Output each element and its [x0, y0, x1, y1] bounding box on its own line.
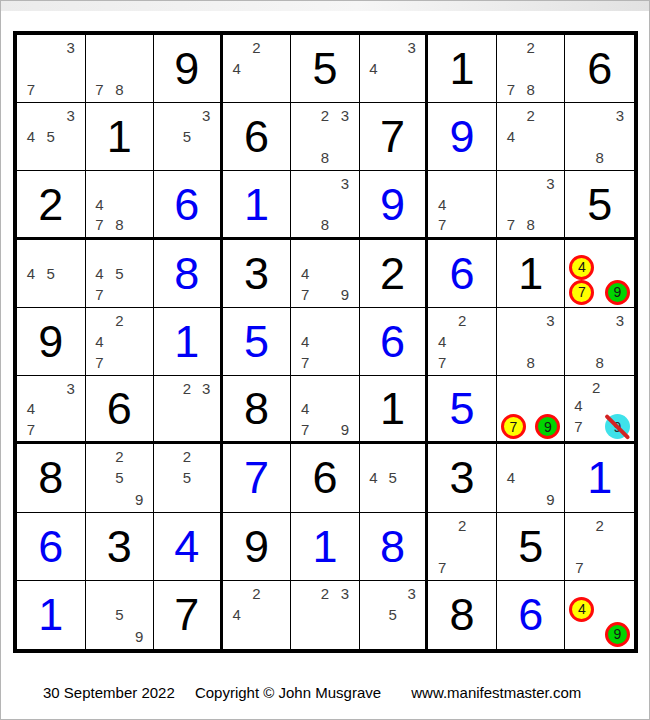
footer-copyright: Copyright © John Musgrave: [195, 684, 381, 701]
candidate-4: 4: [227, 58, 247, 79]
candidate-4: 4: [432, 331, 452, 352]
highlight-yellow-candidate-7: 7: [569, 280, 594, 305]
pencil-marks: 27: [565, 513, 634, 580]
candidate-2: 2: [452, 515, 472, 536]
pencil-marks: 2479: [565, 376, 634, 441]
pencil-marks: 38: [565, 103, 634, 170]
solved-digit: 9: [360, 171, 426, 236]
pencil-marks: 34: [360, 35, 426, 102]
highlight-green-candidate-9: 9: [535, 414, 560, 439]
cell-r3c5[interactable]: 38: [291, 171, 360, 239]
cell-r6c6[interactable]: 1: [360, 376, 429, 444]
candidate-3: 3: [61, 37, 81, 58]
given-digit: 8: [428, 581, 496, 649]
candidate-4: 4: [227, 604, 247, 625]
cell-r4c7[interactable]: 6: [428, 240, 497, 308]
given-digit: 9: [154, 35, 220, 102]
cell-r3c7[interactable]: 47: [428, 171, 497, 239]
candidate-2: 2: [452, 310, 472, 331]
cell-r2c8[interactable]: 24: [497, 103, 566, 171]
solved-digit: 6: [428, 240, 496, 307]
pencil-marks: 247: [428, 308, 496, 375]
cell-r9c3[interactable]: 7: [154, 581, 223, 649]
candidate-7: 7: [21, 79, 41, 100]
solved-digit: 1: [565, 444, 634, 511]
cell-r4c2[interactable]: 457: [86, 240, 155, 308]
candidate-4: 4: [432, 194, 452, 214]
candidate-3: 3: [402, 583, 421, 604]
given-digit: 7: [360, 103, 426, 170]
cell-r3c3[interactable]: 6: [154, 171, 223, 239]
candidate-9: 9: [335, 284, 355, 305]
cell-r9c5[interactable]: 23: [291, 581, 360, 649]
candidate-4: 4: [501, 467, 521, 488]
candidate-4: 4: [295, 263, 315, 284]
candidate-4: 4: [501, 126, 521, 147]
candidate-5: 5: [383, 604, 402, 625]
pencil-marks: 457: [86, 240, 154, 307]
given-digit: 6: [223, 103, 291, 170]
cell-r8c3[interactable]: 4: [154, 513, 223, 581]
candidate-9: 9: [129, 488, 149, 509]
candidate-5: 5: [177, 126, 196, 147]
cell-r5c5[interactable]: 47: [291, 308, 360, 376]
pencil-marks: 247: [86, 308, 154, 375]
cell-r9c2[interactable]: 59: [86, 581, 155, 649]
pencil-marks: 259: [86, 444, 154, 511]
candidate-9: 9: [129, 626, 149, 647]
candidate-5: 5: [109, 467, 129, 488]
solved-digit: 9: [428, 103, 496, 170]
pencil-marks: 35: [154, 103, 220, 170]
pencil-marks: 49: [497, 444, 565, 511]
candidate-4: 4: [21, 263, 41, 284]
cell-r7c3[interactable]: 25: [154, 444, 223, 512]
pencil-marks: 27: [428, 513, 496, 580]
cell-r7c9[interactable]: 1: [565, 444, 634, 512]
pencil-marks: 38: [497, 308, 565, 375]
cell-r1c7[interactable]: 1: [428, 35, 497, 103]
cell-r4c3[interactable]: 8: [154, 240, 223, 308]
cell-r1c5[interactable]: 5: [291, 35, 360, 103]
candidate-4: 4: [295, 331, 315, 352]
cell-r7c7[interactable]: 3: [428, 444, 497, 512]
cell-r5c6[interactable]: 6: [360, 308, 429, 376]
given-digit: 3: [86, 513, 154, 580]
footer-website[interactable]: www.manifestmaster.com: [411, 684, 581, 701]
candidate-3: 3: [196, 378, 215, 398]
candidate-2: 2: [177, 378, 196, 398]
cell-r9c9[interactable]: 49: [565, 581, 634, 649]
candidate-4: 4: [90, 331, 110, 352]
candidate-8: 8: [590, 147, 610, 168]
solved-digit: 8: [154, 240, 220, 307]
cell-r8c9[interactable]: 27: [565, 513, 634, 581]
candidate-8: 8: [315, 147, 335, 168]
given-digit: 6: [291, 444, 359, 511]
solved-digit: 6: [360, 308, 426, 375]
candidate-5: 5: [109, 604, 129, 625]
candidate-4: 4: [569, 396, 587, 414]
candidate-2: 2: [521, 105, 541, 126]
candidate-2: 2: [521, 37, 541, 58]
pencil-marks: 24: [223, 581, 291, 649]
cell-r3c9[interactable]: 5: [565, 171, 634, 239]
cell-r7c4[interactable]: 7: [223, 444, 292, 512]
cell-r8c2[interactable]: 3: [86, 513, 155, 581]
cell-r1c3[interactable]: 9: [154, 35, 223, 103]
cell-r8c5[interactable]: 1: [291, 513, 360, 581]
pencil-marks: 47: [428, 171, 496, 236]
candidate-3: 3: [610, 310, 630, 331]
cell-r4c4[interactable]: 3: [223, 240, 292, 308]
candidate-5: 5: [109, 263, 129, 284]
candidate-4: 4: [21, 126, 41, 147]
candidate-2: 2: [587, 378, 605, 396]
given-digit: 2: [360, 240, 426, 307]
cell-r9c1[interactable]: 1: [17, 581, 86, 649]
cell-r6c9[interactable]: 2479: [565, 376, 634, 444]
given-digit: 6: [86, 376, 154, 441]
candidate-3: 3: [541, 173, 561, 193]
cell-r2c2[interactable]: 1: [86, 103, 155, 171]
candidate-7: 7: [90, 284, 110, 305]
cell-r2c7[interactable]: 9: [428, 103, 497, 171]
highlight-yellow-candidate-7: 7: [501, 414, 526, 439]
pencil-marks: 23: [154, 376, 220, 441]
candidate-7: 7: [432, 352, 452, 373]
pencil-marks: 47: [291, 308, 359, 375]
cell-r3c6[interactable]: 9: [360, 171, 429, 239]
candidate-8: 8: [590, 352, 610, 373]
candidate-7: 7: [21, 419, 41, 439]
cell-r7c2[interactable]: 259: [86, 444, 155, 512]
candidate-7: 7: [295, 352, 315, 373]
cell-r7c8[interactable]: 49: [497, 444, 566, 512]
solved-digit: 5: [223, 308, 291, 375]
candidate-3: 3: [335, 583, 355, 604]
cell-r8c8[interactable]: 5: [497, 513, 566, 581]
footer: 30 September 2022 Copyright © John Musgr…: [43, 684, 581, 701]
candidate-8: 8: [521, 352, 541, 373]
cell-r1c1[interactable]: 37: [17, 35, 86, 103]
candidate-2: 2: [315, 583, 335, 604]
given-digit: 7: [154, 581, 220, 649]
cell-r4c5[interactable]: 479: [291, 240, 360, 308]
given-digit: 1: [497, 240, 565, 307]
candidate-3: 3: [402, 37, 421, 58]
cell-r9c4[interactable]: 24: [223, 581, 292, 649]
candidate-2: 2: [109, 310, 129, 331]
candidate-3: 3: [61, 105, 81, 126]
sudoku-page: 3778924534127863451356238792438247861389…: [0, 0, 650, 720]
cell-r5c8[interactable]: 38: [497, 308, 566, 376]
cell-r6c8[interactable]: 79: [497, 376, 566, 444]
pencil-marks: 24: [223, 35, 291, 102]
cell-r4c8[interactable]: 1: [497, 240, 566, 308]
solved-digit: 1: [17, 581, 85, 649]
candidate-2: 2: [247, 37, 267, 58]
cell-r3c1[interactable]: 2: [17, 171, 86, 239]
solved-digit: 8: [360, 513, 426, 580]
candidate-7: 7: [501, 79, 521, 100]
solved-digit: 5: [428, 376, 496, 441]
cell-r6c5[interactable]: 479: [291, 376, 360, 444]
pencil-marks: 79: [497, 376, 565, 441]
candidate-3: 3: [541, 310, 561, 331]
pencil-marks: 45: [17, 240, 85, 307]
cell-r8c1[interactable]: 6: [17, 513, 86, 581]
given-digit: 8: [223, 376, 291, 441]
cell-r5c9[interactable]: 38: [565, 308, 634, 376]
candidate-7: 7: [569, 414, 587, 439]
cell-r2c1[interactable]: 345: [17, 103, 86, 171]
cell-r2c3[interactable]: 35: [154, 103, 223, 171]
given-digit: 1: [360, 376, 426, 441]
solved-digit: 6: [154, 171, 220, 236]
candidate-7: 7: [90, 214, 110, 234]
cell-r5c4[interactable]: 5: [223, 308, 292, 376]
cell-r8c7[interactable]: 27: [428, 513, 497, 581]
cell-r5c3[interactable]: 1: [154, 308, 223, 376]
candidate-4: 4: [21, 399, 41, 419]
highlight-yellow-candidate-4: 4: [569, 597, 594, 622]
candidate-8: 8: [315, 214, 335, 234]
pencil-marks: 24: [497, 103, 565, 170]
cell-r4c1[interactable]: 45: [17, 240, 86, 308]
solved-digit: 7: [223, 444, 291, 511]
highlight-green-candidate-9: 9: [605, 280, 630, 305]
candidate-7: 7: [295, 419, 315, 439]
given-digit: 5: [497, 513, 565, 580]
solved-digit: 1: [223, 171, 291, 236]
cell-r5c2[interactable]: 247: [86, 308, 155, 376]
cell-r7c1[interactable]: 8: [17, 444, 86, 512]
candidate-3: 3: [61, 378, 81, 398]
cell-r6c2[interactable]: 6: [86, 376, 155, 444]
pencil-marks: 479: [291, 240, 359, 307]
pencil-marks: 478: [86, 171, 154, 236]
cell-r2c6[interactable]: 7: [360, 103, 429, 171]
candidate-8: 8: [109, 214, 129, 234]
cell-r1c6[interactable]: 34: [360, 35, 429, 103]
candidate-7: 7: [432, 557, 452, 578]
candidate-9: 9: [335, 419, 355, 439]
given-digit: 3: [223, 240, 291, 307]
cell-r7c6[interactable]: 45: [360, 444, 429, 512]
candidate-4: 4: [364, 58, 383, 79]
cell-r3c8[interactable]: 378: [497, 171, 566, 239]
given-digit: 5: [291, 35, 359, 102]
candidate-5: 5: [41, 126, 61, 147]
cell-r6c4[interactable]: 8: [223, 376, 292, 444]
given-digit: 9: [17, 308, 85, 375]
candidate-7: 7: [569, 557, 589, 578]
pencil-marks: 78: [86, 35, 154, 102]
candidate-2: 2: [315, 105, 335, 126]
solved-digit: 1: [291, 513, 359, 580]
candidate-9: 9: [541, 488, 561, 509]
given-digit: 9: [223, 513, 291, 580]
footer-date: 30 September 2022: [43, 684, 175, 701]
cell-r2c5[interactable]: 238: [291, 103, 360, 171]
cell-r4c9[interactable]: 479: [565, 240, 634, 308]
candidate-8: 8: [521, 79, 541, 100]
pencil-marks: 49: [565, 581, 634, 649]
pencil-marks: 59: [86, 581, 154, 649]
pencil-marks: 38: [291, 171, 359, 236]
candidate-4: 4: [90, 194, 110, 214]
cell-r5c1[interactable]: 9: [17, 308, 86, 376]
cell-r8c4[interactable]: 9: [223, 513, 292, 581]
solved-digit: 1: [154, 308, 220, 375]
given-digit: 6: [565, 35, 634, 102]
cell-r1c8[interactable]: 278: [497, 35, 566, 103]
pencil-marks: 35: [360, 581, 426, 649]
candidate-7: 7: [501, 214, 521, 234]
candidate-4: 4: [295, 399, 315, 419]
cell-r2c9[interactable]: 38: [565, 103, 634, 171]
candidate-5: 5: [383, 467, 402, 488]
cell-r9c7[interactable]: 8: [428, 581, 497, 649]
solved-digit: 6: [17, 513, 85, 580]
candidate-4: 4: [90, 263, 110, 284]
candidate-3: 3: [335, 105, 355, 126]
solved-digit: 4: [154, 513, 220, 580]
highlight-cyan-strike-candidate-9: 9: [605, 414, 630, 439]
cell-r6c1[interactable]: 347: [17, 376, 86, 444]
cell-r6c7[interactable]: 5: [428, 376, 497, 444]
cell-r3c2[interactable]: 478: [86, 171, 155, 239]
candidate-2: 2: [590, 515, 610, 536]
pencil-marks: 278: [497, 35, 565, 102]
given-digit: 2: [17, 171, 85, 236]
pencil-marks: 479: [565, 240, 634, 307]
pencil-marks: 238: [291, 103, 359, 170]
cell-r3c4[interactable]: 1: [223, 171, 292, 239]
cell-r1c9[interactable]: 6: [565, 35, 634, 103]
solved-digit: 6: [497, 581, 565, 649]
cell-r2c4[interactable]: 6: [223, 103, 292, 171]
window-top-strip: [1, 1, 649, 11]
pencil-marks: 347: [17, 376, 85, 441]
pencil-marks: 38: [565, 308, 634, 375]
candidate-8: 8: [109, 79, 129, 100]
cell-r1c2[interactable]: 78: [86, 35, 155, 103]
pencil-marks: 345: [17, 103, 85, 170]
pencil-marks: 378: [497, 171, 565, 236]
cell-r9c8[interactable]: 6: [497, 581, 566, 649]
highlight-green-candidate-9: 9: [605, 622, 630, 647]
candidate-5: 5: [41, 263, 61, 284]
cell-r4c6[interactable]: 2: [360, 240, 429, 308]
cell-r5c7[interactable]: 247: [428, 308, 497, 376]
given-digit: 8: [17, 444, 85, 511]
candidate-3: 3: [335, 173, 355, 193]
given-digit: 1: [428, 35, 496, 102]
cell-r7c5[interactable]: 6: [291, 444, 360, 512]
candidate-5: 5: [177, 467, 196, 488]
cell-r9c6[interactable]: 35: [360, 581, 429, 649]
candidate-7: 7: [295, 284, 315, 305]
cell-r8c6[interactable]: 8: [360, 513, 429, 581]
pencil-marks: 25: [154, 444, 220, 511]
candidate-2: 2: [177, 446, 196, 467]
candidate-8: 8: [521, 214, 541, 234]
candidate-2: 2: [109, 446, 129, 467]
candidate-7: 7: [90, 352, 110, 373]
candidate-4: 4: [364, 467, 383, 488]
given-digit: 3: [428, 444, 496, 511]
candidate-3: 3: [610, 105, 630, 126]
candidate-7: 7: [432, 214, 452, 234]
cell-r6c3[interactable]: 23: [154, 376, 223, 444]
candidate-3: 3: [196, 105, 215, 126]
candidate-7: 7: [90, 79, 110, 100]
highlight-yellow-candidate-4: 4: [569, 255, 594, 280]
pencil-marks: 479: [291, 376, 359, 441]
given-digit: 5: [565, 171, 634, 236]
pencil-marks: 45: [360, 444, 426, 511]
pencil-marks: 23: [291, 581, 359, 649]
cell-r1c4[interactable]: 24: [223, 35, 292, 103]
pencil-marks: 37: [17, 35, 85, 102]
sudoku-board: 3778924534127863451356238792438247861389…: [13, 31, 638, 653]
candidate-2: 2: [247, 583, 267, 604]
given-digit: 1: [86, 103, 154, 170]
